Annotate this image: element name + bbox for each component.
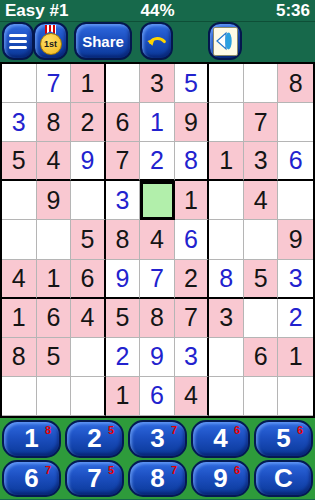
remaining-count: 7 <box>45 464 51 476</box>
remaining-count: 5 <box>108 464 114 476</box>
hamburger-icon <box>9 34 27 49</box>
cell-r9c3[interactable] <box>71 377 106 416</box>
cell-r9c1[interactable] <box>2 377 37 416</box>
cell-r2c9[interactable] <box>278 103 313 142</box>
pencil-mode-button[interactable] <box>208 22 242 60</box>
cell-r2c6[interactable]: 9 <box>175 103 210 142</box>
cell-r2c8[interactable]: 7 <box>244 103 279 142</box>
cell-r4c8[interactable]: 4 <box>244 181 279 220</box>
sudoku-board: 7135838261975497281369314584694169728531… <box>0 62 315 418</box>
key-8[interactable]: 87 <box>128 460 187 498</box>
cell-r8c1[interactable]: 8 <box>2 338 37 377</box>
medal-label: 1st <box>40 33 62 55</box>
key-5[interactable]: 56 <box>254 420 313 458</box>
remaining-count: 6 <box>234 464 240 476</box>
key-C[interactable]: C <box>254 460 313 498</box>
undo-button[interactable] <box>140 22 173 60</box>
cell-r1c7[interactable] <box>209 64 244 103</box>
cell-r8c8[interactable]: 6 <box>244 338 279 377</box>
menu-button[interactable] <box>2 22 34 60</box>
cell-r7c3[interactable]: 4 <box>71 299 106 338</box>
medal-icon: 1st <box>40 25 62 55</box>
remaining-count: 8 <box>45 424 51 436</box>
cell-r6c7[interactable]: 8 <box>209 260 244 299</box>
cell-r1c8[interactable] <box>244 64 279 103</box>
remaining-count: 6 <box>234 424 240 436</box>
cell-r8c4[interactable]: 2 <box>106 338 141 377</box>
cell-r6c5[interactable]: 7 <box>140 260 175 299</box>
cell-r4c3[interactable] <box>71 181 106 220</box>
cell-r9c2[interactable] <box>37 377 72 416</box>
key-6[interactable]: 67 <box>2 460 61 498</box>
cell-r1c6[interactable]: 5 <box>175 64 210 103</box>
cell-r5c8[interactable] <box>244 220 279 259</box>
cell-r5c4[interactable]: 8 <box>106 220 141 259</box>
cell-r9c9[interactable] <box>278 377 313 416</box>
title-bar: Easy #1 44% 5:36 <box>0 0 315 22</box>
cell-r3c8[interactable]: 3 <box>244 142 279 181</box>
cell-r3c3[interactable]: 9 <box>71 142 106 181</box>
cell-r2c4[interactable]: 6 <box>106 103 141 142</box>
cell-r4c1[interactable] <box>2 181 37 220</box>
key-3[interactable]: 37 <box>128 420 187 458</box>
toolbar: 1st Share <box>0 22 315 62</box>
cell-r2c7[interactable] <box>209 103 244 142</box>
cell-r1c1[interactable] <box>2 64 37 103</box>
cell-r8c6[interactable]: 3 <box>175 338 210 377</box>
share-button[interactable]: Share <box>74 22 132 60</box>
cell-r7c4[interactable]: 5 <box>106 299 141 338</box>
cell-r8c5[interactable]: 9 <box>140 338 175 377</box>
cell-r5c3[interactable]: 5 <box>71 220 106 259</box>
cell-r4c2[interactable]: 9 <box>37 181 72 220</box>
cell-r3c9[interactable]: 6 <box>278 142 313 181</box>
cell-r7c7[interactable]: 3 <box>209 299 244 338</box>
achievements-button[interactable]: 1st <box>33 22 68 60</box>
cell-r1c3[interactable]: 1 <box>71 64 106 103</box>
cell-r4c9[interactable] <box>278 181 313 220</box>
cell-r3c1[interactable]: 5 <box>2 142 37 181</box>
cell-r2c2[interactable]: 8 <box>37 103 72 142</box>
cell-r7c9[interactable]: 2 <box>278 299 313 338</box>
cell-r4c7[interactable] <box>209 181 244 220</box>
cell-r7c6[interactable]: 7 <box>175 299 210 338</box>
cell-r6c3[interactable]: 6 <box>71 260 106 299</box>
cell-r1c5[interactable]: 3 <box>140 64 175 103</box>
cell-r3c6[interactable]: 8 <box>175 142 210 181</box>
cell-r5c2[interactable] <box>37 220 72 259</box>
cell-r9c6[interactable]: 4 <box>175 377 210 416</box>
cell-r2c3[interactable]: 2 <box>71 103 106 142</box>
key-7[interactable]: 75 <box>65 460 124 498</box>
cell-r9c4[interactable]: 1 <box>106 377 141 416</box>
cell-r9c5[interactable]: 6 <box>140 377 175 416</box>
cell-r8c9[interactable]: 1 <box>278 338 313 377</box>
cell-r6c1[interactable]: 4 <box>2 260 37 299</box>
cell-r8c3[interactable] <box>71 338 106 377</box>
remaining-count: 6 <box>297 424 303 436</box>
cell-r3c7[interactable]: 1 <box>209 142 244 181</box>
cell-r3c4[interactable]: 7 <box>106 142 141 181</box>
number-pad: 182537465667758796C <box>0 418 315 499</box>
cell-r3c5[interactable]: 2 <box>140 142 175 181</box>
key-4[interactable]: 46 <box>191 420 250 458</box>
share-label: Share <box>82 33 124 50</box>
cell-r1c2[interactable]: 7 <box>37 64 72 103</box>
cell-r6c2[interactable]: 1 <box>37 260 72 299</box>
cell-r8c7[interactable] <box>209 338 244 377</box>
pencil-icon <box>213 27 238 56</box>
cell-r9c7[interactable] <box>209 377 244 416</box>
cell-r6c9[interactable]: 3 <box>278 260 313 299</box>
cell-r4c5[interactable] <box>140 181 175 220</box>
cell-r5c6[interactable]: 6 <box>175 220 210 259</box>
cell-r6c6[interactable]: 2 <box>175 260 210 299</box>
cell-r4c6[interactable]: 1 <box>175 181 210 220</box>
cell-r1c9[interactable]: 8 <box>278 64 313 103</box>
remaining-count: 7 <box>171 464 177 476</box>
cell-r4c4[interactable]: 3 <box>106 181 141 220</box>
cell-r5c1[interactable] <box>2 220 37 259</box>
remaining-count: 5 <box>108 424 114 436</box>
cell-r9c8[interactable] <box>244 377 279 416</box>
cell-r1c4[interactable] <box>106 64 141 103</box>
cell-r6c4[interactable]: 9 <box>106 260 141 299</box>
cell-r7c2[interactable]: 6 <box>37 299 72 338</box>
timer: 5:36 <box>208 1 310 21</box>
cell-r5c7[interactable] <box>209 220 244 259</box>
key-1[interactable]: 18 <box>2 420 61 458</box>
progress-percent: 44% <box>107 1 209 21</box>
cell-r8c2[interactable]: 5 <box>37 338 72 377</box>
remaining-count: 7 <box>171 424 177 436</box>
cell-r7c1[interactable]: 1 <box>2 299 37 338</box>
cell-r5c9[interactable]: 9 <box>278 220 313 259</box>
puzzle-title: Easy #1 <box>5 1 107 21</box>
cell-r2c5[interactable]: 1 <box>140 103 175 142</box>
key-2[interactable]: 25 <box>65 420 124 458</box>
cell-r7c5[interactable]: 8 <box>140 299 175 338</box>
cell-r3c2[interactable]: 4 <box>37 142 72 181</box>
cell-r5c5[interactable]: 4 <box>140 220 175 259</box>
cell-r2c1[interactable]: 3 <box>2 103 37 142</box>
undo-icon <box>146 34 168 49</box>
cell-r7c8[interactable] <box>244 299 279 338</box>
cell-r6c8[interactable]: 5 <box>244 260 279 299</box>
key-9[interactable]: 96 <box>191 460 250 498</box>
